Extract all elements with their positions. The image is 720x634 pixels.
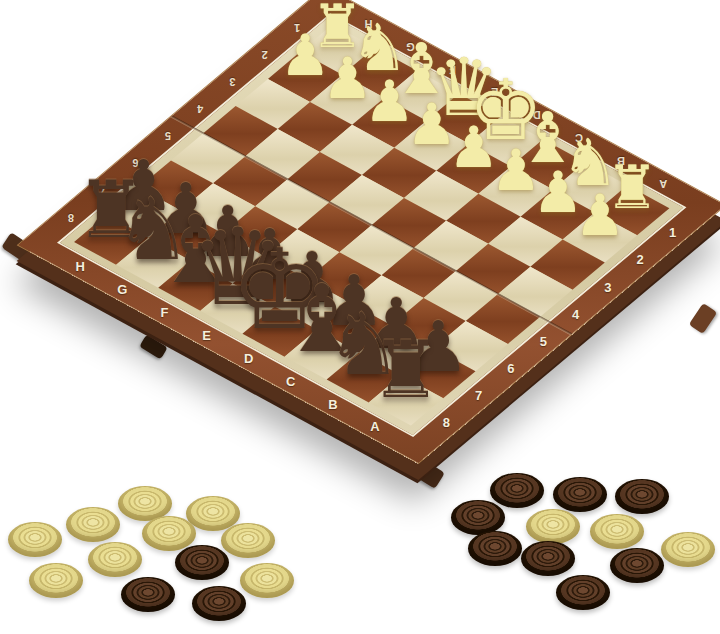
rank-label-right-3: 3 (595, 263, 621, 311)
piece-white-pawn-a2[interactable]: ♟ (574, 187, 625, 244)
file-label-near-a: A (351, 413, 399, 439)
checker-dark-right-11[interactable] (556, 575, 610, 610)
rank-label-left-4: 4 (187, 85, 213, 133)
scene: ♜♞♝♛♚♝♞♜♟♟♟♟♟♟♟♟♟♟♟♟♟♟♟♟♜♞♝♛♚♝♞♜ HGFEDCB… (0, 0, 720, 634)
product-photo-chess-set: { "game": "chess (magnetic folding trave… (0, 0, 720, 634)
checker-light-left-4[interactable] (142, 516, 196, 551)
checker-dark-right-7[interactable] (468, 531, 522, 566)
checker-light-right-8[interactable] (661, 532, 715, 567)
checker-dark-right-4[interactable] (451, 500, 505, 535)
checker-light-right-6[interactable] (590, 514, 644, 549)
checker-light-left-7[interactable] (88, 542, 142, 577)
checker-dark-left-11[interactable] (121, 577, 175, 612)
checker-light-left-5[interactable] (8, 522, 62, 557)
checker-dark-right-2[interactable] (553, 477, 607, 512)
checker-dark-right-1[interactable] (490, 473, 544, 508)
checker-light-left-3[interactable] (66, 507, 120, 542)
checker-dark-right-3[interactable] (615, 479, 669, 514)
rank-label-left-2: 2 (252, 31, 278, 79)
checker-light-left-6[interactable] (221, 523, 275, 558)
rank-label-right-5: 5 (530, 317, 556, 365)
rank-label-right-1: 1 (660, 208, 686, 256)
checker-light-left-9[interactable] (240, 563, 294, 598)
checker-dark-right-9[interactable] (521, 541, 575, 576)
rank-label-right-4: 4 (563, 290, 589, 338)
piece-black-rook-a8[interactable]: ♜ (371, 331, 442, 410)
board-squares: ♜♞♝♛♚♝♞♜♟♟♟♟♟♟♟♟♟♟♟♟♟♟♟♟♜♞♝♛♚♝♞♜ (74, 25, 669, 426)
checker-light-left-10[interactable] (29, 563, 83, 598)
chess-board: ♜♞♝♛♚♝♞♜♟♟♟♟♟♟♟♟♟♟♟♟♟♟♟♟♜♞♝♛♚♝♞♜ HGFEDCB… (17, 0, 720, 464)
rank-label-right-6: 6 (498, 344, 524, 392)
rank-label-right-2: 2 (627, 235, 653, 283)
checker-dark-left-12[interactable] (192, 586, 246, 621)
board-hinge-right (689, 303, 718, 334)
rank-label-left-3: 3 (219, 58, 245, 106)
checker-dark-right-10[interactable] (610, 548, 664, 583)
checker-light-right-5[interactable] (526, 509, 580, 544)
file-label-near-h: H (56, 253, 104, 279)
checker-dark-left-8[interactable] (175, 545, 229, 580)
board-clasp (139, 335, 168, 360)
